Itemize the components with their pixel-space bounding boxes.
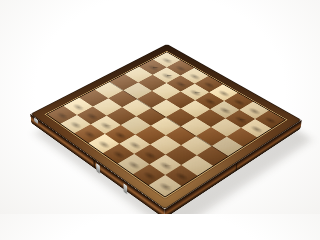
latch-hook-icon [96, 163, 100, 174]
chess-board: ♜♞♝♛♚♝♞♜♟♟♟♟♟♟♟♟♟♟♟♟♟♟♟♟♜♞♝♛♚♝♞♜ [30, 44, 301, 209]
piece-white-pawn-h2: ♟ [173, 159, 190, 177]
latch-hook-icon [124, 183, 128, 194]
piece-black-rook-h8: ♜ [261, 102, 278, 121]
piece-black-pawn-g7: ♟ [233, 104, 248, 121]
hinge-pin-icon [34, 117, 38, 124]
piece-black-pawn-h7: ♟ [248, 113, 263, 130]
square-h5 [212, 137, 243, 156]
square-h4 [197, 146, 228, 166]
piece-white-rook-h1: ♜ [156, 167, 175, 188]
fold-seam-notch [93, 159, 95, 169]
square-e4 [151, 117, 181, 135]
square-f4 [166, 126, 196, 145]
square-g4 [181, 136, 212, 155]
square-f5 [181, 118, 211, 136]
square-g5 [196, 127, 226, 146]
fold-seam-notch [235, 162, 237, 172]
chess-set-photo: ♜♞♝♛♚♝♞♜♟♟♟♟♟♟♟♟♟♟♟♟♟♟♟♟♜♞♝♛♚♝♞♜ [0, 0, 320, 214]
